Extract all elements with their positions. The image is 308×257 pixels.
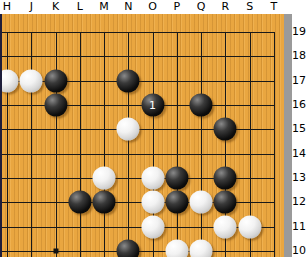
stone-black-K17[interactable] bbox=[44, 69, 67, 92]
stone-black-N10[interactable] bbox=[117, 239, 140, 257]
stone-black-N17[interactable] bbox=[117, 69, 140, 92]
column-labels-bar: HJKLMNOPQRST bbox=[0, 0, 308, 14]
stone-black-O16[interactable]: 1 bbox=[141, 93, 164, 116]
column-label: O bbox=[148, 0, 157, 14]
grid-line-h bbox=[0, 56, 275, 57]
grid-line-v bbox=[128, 32, 129, 257]
stone-white-S11[interactable] bbox=[238, 215, 261, 238]
stone-black-Q16[interactable] bbox=[190, 93, 213, 116]
grid-line-h bbox=[0, 105, 275, 106]
row-label: 15 bbox=[292, 123, 306, 135]
row-label: 18 bbox=[292, 50, 306, 62]
star-point bbox=[53, 248, 58, 253]
grid-line-v bbox=[274, 32, 275, 257]
column-label: Q bbox=[197, 0, 206, 14]
move-number-label: 1 bbox=[149, 99, 156, 110]
column-label: P bbox=[174, 0, 181, 14]
stone-white-Q12[interactable] bbox=[190, 191, 213, 214]
stone-white-P10[interactable] bbox=[165, 239, 188, 257]
board-right-edge-strip bbox=[284, 14, 292, 257]
grid-line-v bbox=[201, 32, 202, 257]
row-labels-bar: 19181716151413121110 bbox=[292, 14, 308, 257]
grid-line-v bbox=[56, 32, 57, 257]
stone-white-O11[interactable] bbox=[141, 215, 164, 238]
stone-white-O12[interactable] bbox=[141, 191, 164, 214]
column-label: J bbox=[30, 0, 33, 14]
stone-black-K16[interactable] bbox=[44, 93, 67, 116]
column-label: N bbox=[124, 0, 132, 14]
column-label: L bbox=[77, 0, 83, 14]
grid-line-v bbox=[31, 32, 32, 257]
stone-black-R15[interactable] bbox=[214, 118, 237, 141]
row-label: 13 bbox=[292, 172, 306, 184]
stone-white-N15[interactable] bbox=[117, 118, 140, 141]
stone-black-R12[interactable] bbox=[214, 191, 237, 214]
go-app-window: HJKLMNOPQRST 1 19181716151413121110 bbox=[0, 0, 308, 257]
stone-white-H17[interactable] bbox=[0, 69, 19, 92]
row-label: 14 bbox=[292, 148, 306, 160]
stone-black-P12[interactable] bbox=[165, 191, 188, 214]
stone-white-O13[interactable] bbox=[141, 166, 164, 189]
row-label: 10 bbox=[292, 245, 306, 257]
column-label: R bbox=[222, 0, 230, 14]
stone-black-P13[interactable] bbox=[165, 166, 188, 189]
column-label: S bbox=[246, 0, 253, 14]
stone-black-M12[interactable] bbox=[93, 191, 116, 214]
stone-white-R11[interactable] bbox=[214, 215, 237, 238]
column-label: T bbox=[271, 0, 278, 14]
go-board[interactable]: 1 bbox=[0, 14, 284, 257]
grid-line-v bbox=[177, 32, 178, 257]
board-left-edge bbox=[0, 14, 2, 257]
grid-line-v bbox=[80, 32, 81, 257]
grid-line-v bbox=[104, 32, 105, 257]
stone-black-R13[interactable] bbox=[214, 166, 237, 189]
row-label: 12 bbox=[292, 196, 306, 208]
stone-black-L12[interactable] bbox=[68, 191, 91, 214]
row-label: 11 bbox=[292, 221, 306, 233]
row-label: 19 bbox=[292, 26, 306, 38]
column-label: H bbox=[3, 0, 11, 14]
column-label: K bbox=[52, 0, 59, 14]
row-label: 17 bbox=[292, 75, 306, 87]
stone-white-Q10[interactable] bbox=[190, 239, 213, 257]
stone-white-M13[interactable] bbox=[93, 166, 116, 189]
stone-white-J17[interactable] bbox=[20, 69, 43, 92]
row-label: 16 bbox=[292, 99, 306, 111]
grid-line-h bbox=[0, 154, 275, 155]
column-label: M bbox=[99, 0, 109, 14]
grid-line-h bbox=[0, 32, 275, 33]
grid-line-v bbox=[7, 32, 8, 257]
